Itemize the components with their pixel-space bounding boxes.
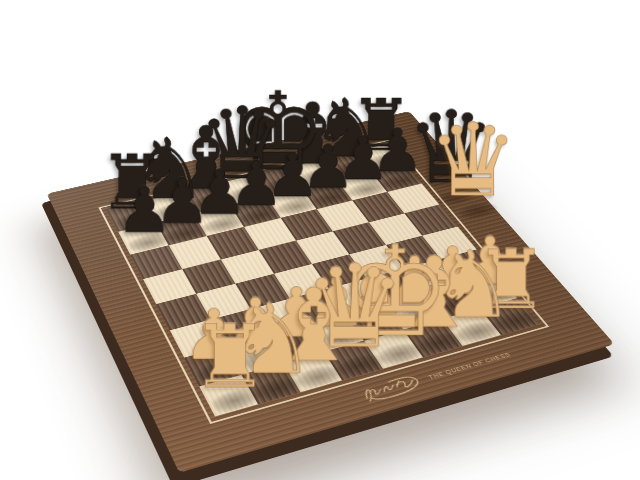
square-h1: ♜ [480, 298, 539, 335]
chessboard: ♜♞♝♛♚♝♞♜♟♟♟♟♟♟♟♟♟♟♟♟♟♟♟♟♜♞♝♛♚♝♞♜ THE QUE… [47, 111, 615, 473]
piece-shadow [455, 199, 503, 221]
chess-set-photo: ♜♞♝♛♚♝♞♜♟♟♟♟♟♟♟♟♟♟♟♟♟♟♟♟♜♞♝♛♚♝♞♜ THE QUE… [0, 0, 640, 480]
playing-area: ♜♞♝♛♚♝♞♜♟♟♟♟♟♟♟♟♟♟♟♟♟♟♟♟♜♞♝♛♚♝♞♜ [98, 139, 549, 424]
piece-shadow [491, 306, 545, 334]
piece-shadow [374, 338, 429, 367]
square-c6 [207, 227, 259, 259]
black-rook-h8: ♜ [333, 92, 428, 159]
chessboard-wrap: ♜♞♝♛♚♝♞♜♟♟♟♟♟♟♟♟♟♟♟♟♟♟♟♟♜♞♝♛♚♝♞♜ THE QUE… [97, 49, 527, 479]
square-g5 [369, 213, 422, 245]
piece-shadow [470, 281, 523, 307]
